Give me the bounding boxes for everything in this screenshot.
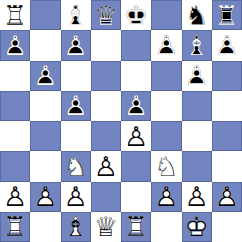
white-pawn-icon: ♟♙: [61, 182, 91, 212]
square-c2[interactable]: ♟♙: [61, 182, 91, 212]
square-c1[interactable]: ♝♗: [61, 212, 91, 242]
white-king-icon: ♚♔: [182, 212, 212, 242]
square-b8[interactable]: [30, 0, 60, 30]
square-d4[interactable]: [91, 121, 121, 151]
white-rook-icon: ♜♖: [121, 212, 151, 242]
white-knight-icon: ♞♘: [61, 151, 91, 181]
square-b3[interactable]: [30, 151, 60, 181]
square-e6[interactable]: [121, 61, 151, 91]
black-rook-icon: ♜♖: [212, 0, 242, 30]
square-d2[interactable]: [91, 182, 121, 212]
square-h1[interactable]: [212, 212, 242, 242]
square-h3[interactable]: [212, 151, 242, 181]
white-bishop-icon: ♝♗: [61, 212, 91, 242]
white-rook-icon: ♜♖: [0, 0, 30, 30]
square-g2[interactable]: ♟♙: [182, 182, 212, 212]
black-knight-icon: ♞♘: [182, 0, 212, 30]
white-knight-icon: ♞♘: [151, 151, 181, 181]
black-pawn-icon: ♟♙: [151, 30, 181, 60]
square-f4[interactable]: [151, 121, 181, 151]
square-f6[interactable]: [151, 61, 181, 91]
white-pawn-icon: ♟♙: [0, 182, 30, 212]
square-b4[interactable]: [30, 121, 60, 151]
black-pawn-icon: ♟♙: [0, 30, 30, 60]
square-e8[interactable]: ♚♔: [121, 0, 151, 30]
black-pawn-icon: ♟♙: [61, 91, 91, 121]
square-a1[interactable]: ♜♖: [0, 212, 30, 242]
square-g8[interactable]: ♞♘: [182, 0, 212, 30]
white-rook-icon: ♜♖: [0, 212, 30, 242]
square-g1[interactable]: ♚♔: [182, 212, 212, 242]
square-b7[interactable]: [30, 30, 60, 60]
white-pawn-icon: ♟♙: [30, 182, 60, 212]
square-a5[interactable]: [0, 91, 30, 121]
square-a6[interactable]: [0, 61, 30, 91]
black-pawn-icon: ♟♙: [182, 61, 212, 91]
square-c5[interactable]: ♟♙: [61, 91, 91, 121]
chess-board: ♜♖♝♗♛♕♚♔♞♘♜♖♟♙♟♙♟♙♝♗♟♙♟♙♟♙♟♙♟♙♟♙♞♘♟♙♞♘♟♙…: [0, 0, 242, 242]
square-d3[interactable]: ♟♙: [91, 151, 121, 181]
square-g5[interactable]: [182, 91, 212, 121]
square-c4[interactable]: [61, 121, 91, 151]
square-b5[interactable]: [30, 91, 60, 121]
square-g4[interactable]: [182, 121, 212, 151]
square-g6[interactable]: ♟♙: [182, 61, 212, 91]
square-e5[interactable]: ♟♙: [121, 91, 151, 121]
square-g3[interactable]: [182, 151, 212, 181]
square-b1[interactable]: [30, 212, 60, 242]
square-a8[interactable]: ♜♖: [0, 0, 30, 30]
square-a7[interactable]: ♟♙: [0, 30, 30, 60]
square-c8[interactable]: ♝♗: [61, 0, 91, 30]
black-king-icon: ♚♔: [121, 0, 151, 30]
square-h6[interactable]: [212, 61, 242, 91]
black-bishop-icon: ♝♗: [61, 0, 91, 30]
square-f5[interactable]: [151, 91, 181, 121]
white-pawn-icon: ♟♙: [182, 182, 212, 212]
black-pawn-icon: ♟♙: [61, 30, 91, 60]
square-d6[interactable]: [91, 61, 121, 91]
square-h4[interactable]: [212, 121, 242, 151]
square-f1[interactable]: [151, 212, 181, 242]
square-a3[interactable]: [0, 151, 30, 181]
white-pawn-icon: ♟♙: [91, 151, 121, 181]
black-pawn-icon: ♟♙: [30, 61, 60, 91]
square-d1[interactable]: ♛♕: [91, 212, 121, 242]
square-c3[interactable]: ♞♘: [61, 151, 91, 181]
square-h7[interactable]: ♟♙: [212, 30, 242, 60]
square-g7[interactable]: ♝♗: [182, 30, 212, 60]
white-pawn-icon: ♟♙: [212, 182, 242, 212]
square-e7[interactable]: [121, 30, 151, 60]
square-f8[interactable]: [151, 0, 181, 30]
white-pawn-icon: ♟♙: [151, 182, 181, 212]
square-b2[interactable]: ♟♙: [30, 182, 60, 212]
black-pawn-icon: ♟♙: [212, 30, 242, 60]
square-a2[interactable]: ♟♙: [0, 182, 30, 212]
square-e2[interactable]: [121, 182, 151, 212]
square-h8[interactable]: ♜♖: [212, 0, 242, 30]
square-d5[interactable]: [91, 91, 121, 121]
black-queen-icon: ♛♕: [91, 0, 121, 30]
square-b6[interactable]: ♟♙: [30, 61, 60, 91]
square-a4[interactable]: [0, 121, 30, 151]
black-bishop-icon: ♝♗: [182, 30, 212, 60]
square-h5[interactable]: [212, 91, 242, 121]
square-c7[interactable]: ♟♙: [61, 30, 91, 60]
square-e3[interactable]: [121, 151, 151, 181]
square-h2[interactable]: ♟♙: [212, 182, 242, 212]
chess-app: { "game": "chess", "board": { "rows": 8,…: [0, 0, 242, 242]
white-pawn-icon: ♟♙: [121, 121, 151, 151]
black-pawn-icon: ♟♙: [121, 91, 151, 121]
square-f3[interactable]: ♞♘: [151, 151, 181, 181]
square-d7[interactable]: [91, 30, 121, 60]
square-f7[interactable]: ♟♙: [151, 30, 181, 60]
square-e4[interactable]: ♟♙: [121, 121, 151, 151]
square-e1[interactable]: ♜♖: [121, 212, 151, 242]
white-queen-icon: ♛♕: [91, 212, 121, 242]
square-f2[interactable]: ♟♙: [151, 182, 181, 212]
square-d8[interactable]: ♛♕: [91, 0, 121, 30]
square-c6[interactable]: [61, 61, 91, 91]
